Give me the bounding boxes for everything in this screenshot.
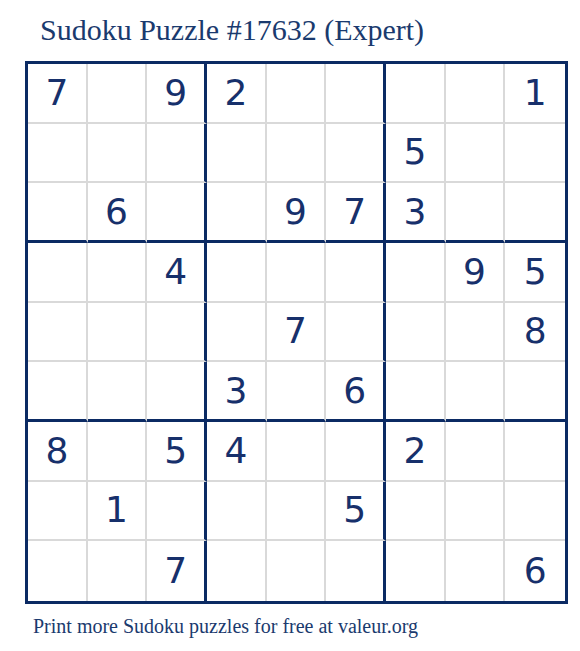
cell-r1c8 <box>446 64 506 124</box>
cell-r7c9 <box>505 422 565 482</box>
cell-r2c2 <box>88 124 148 184</box>
cell-r7c5 <box>267 422 327 482</box>
cell-r8c4 <box>207 482 267 542</box>
cell-r8c6: 5 <box>326 482 386 542</box>
cell-r3c1 <box>28 183 88 243</box>
cell-r3c3 <box>147 183 207 243</box>
cell-r7c8 <box>446 422 506 482</box>
cell-r8c5 <box>267 482 327 542</box>
cell-r2c9 <box>505 124 565 184</box>
cell-r1c7 <box>386 64 446 124</box>
page-title: Sudoku Puzzle #17632 (Expert) <box>40 12 424 48</box>
cell-r4c3: 4 <box>147 243 207 303</box>
cell-r2c5 <box>267 124 327 184</box>
cell-r3c5: 9 <box>267 183 327 243</box>
cell-r5c9: 8 <box>505 303 565 363</box>
cell-r9c4 <box>207 541 267 601</box>
cell-r1c3: 9 <box>147 64 207 124</box>
cell-r9c9: 6 <box>505 541 565 601</box>
cell-r5c8 <box>446 303 506 363</box>
cell-r5c4 <box>207 303 267 363</box>
sudoku-board: 792156973495783685421576 <box>25 61 568 604</box>
cell-r7c2 <box>88 422 148 482</box>
cell-r4c6 <box>326 243 386 303</box>
cell-r5c5: 7 <box>267 303 327 363</box>
cell-r8c2: 1 <box>88 482 148 542</box>
cell-r4c7 <box>386 243 446 303</box>
cell-r9c6 <box>326 541 386 601</box>
cell-r2c3 <box>147 124 207 184</box>
cell-r2c1 <box>28 124 88 184</box>
cell-r6c9 <box>505 362 565 422</box>
cell-r4c1 <box>28 243 88 303</box>
cell-r9c5 <box>267 541 327 601</box>
cell-r4c2 <box>88 243 148 303</box>
cell-r2c7: 5 <box>386 124 446 184</box>
sudoku-page: Sudoku Puzzle #17632 (Expert) 7921569734… <box>0 0 580 651</box>
cell-r1c4: 2 <box>207 64 267 124</box>
cell-r5c6 <box>326 303 386 363</box>
cell-r5c1 <box>28 303 88 363</box>
cell-r9c3: 7 <box>147 541 207 601</box>
cell-r1c9: 1 <box>505 64 565 124</box>
cell-r1c6 <box>326 64 386 124</box>
cell-r7c1: 8 <box>28 422 88 482</box>
cell-r8c9 <box>505 482 565 542</box>
cell-r3c2: 6 <box>88 183 148 243</box>
cell-r9c7 <box>386 541 446 601</box>
cell-r3c4 <box>207 183 267 243</box>
cell-r7c7: 2 <box>386 422 446 482</box>
cell-r1c1: 7 <box>28 64 88 124</box>
cell-r4c8: 9 <box>446 243 506 303</box>
cell-r9c8 <box>446 541 506 601</box>
cell-r8c8 <box>446 482 506 542</box>
cell-r7c3: 5 <box>147 422 207 482</box>
cell-r6c7 <box>386 362 446 422</box>
cell-r5c3 <box>147 303 207 363</box>
cell-r4c5 <box>267 243 327 303</box>
cell-r2c8 <box>446 124 506 184</box>
cell-r6c5 <box>267 362 327 422</box>
cell-r4c9: 5 <box>505 243 565 303</box>
cell-r6c4: 3 <box>207 362 267 422</box>
cell-r8c1 <box>28 482 88 542</box>
cell-r6c2 <box>88 362 148 422</box>
cell-r8c7 <box>386 482 446 542</box>
cell-r2c4 <box>207 124 267 184</box>
cell-r7c4: 4 <box>207 422 267 482</box>
cell-r6c1 <box>28 362 88 422</box>
cell-r3c7: 3 <box>386 183 446 243</box>
cell-r3c8 <box>446 183 506 243</box>
cell-r1c2 <box>88 64 148 124</box>
cell-r9c1 <box>28 541 88 601</box>
cell-r4c4 <box>207 243 267 303</box>
cell-r9c2 <box>88 541 148 601</box>
cell-r6c3 <box>147 362 207 422</box>
cell-r5c7 <box>386 303 446 363</box>
cell-r8c3 <box>147 482 207 542</box>
cell-r3c6: 7 <box>326 183 386 243</box>
cell-r1c5 <box>267 64 327 124</box>
cell-r3c9 <box>505 183 565 243</box>
cell-r2c6 <box>326 124 386 184</box>
cell-r5c2 <box>88 303 148 363</box>
cell-r6c8 <box>446 362 506 422</box>
cell-r7c6 <box>326 422 386 482</box>
cell-r6c6: 6 <box>326 362 386 422</box>
footer-text: Print more Sudoku puzzles for free at va… <box>33 613 418 639</box>
